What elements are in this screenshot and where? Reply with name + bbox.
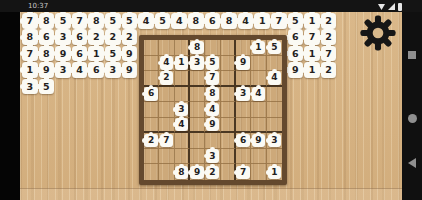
board-tile[interactable]: 3 xyxy=(268,134,281,147)
app-screen: 10:37 7857855454868417512 86362227896159… xyxy=(0,0,422,200)
board-cell-r3-c9[interactable]: 4 xyxy=(267,71,282,87)
board-cell-r2-c7[interactable]: 9 xyxy=(236,56,251,72)
tile-digit: 1 xyxy=(26,65,33,75)
board-tile[interactable]: 4 xyxy=(175,118,188,131)
tile-digit: 2 xyxy=(209,168,215,177)
board-cell-r4-c8[interactable]: 4 xyxy=(251,87,266,103)
board-cell-r3-c6[interactable] xyxy=(221,71,236,87)
tile-digit: 6 xyxy=(43,32,50,42)
tile-digit: 9 xyxy=(194,168,200,177)
board-cell-r8-c5[interactable]: 3 xyxy=(205,149,220,165)
tile-digit: 4 xyxy=(271,73,277,82)
board-cell-r8-c3[interactable] xyxy=(175,149,190,165)
tile-digit: 5 xyxy=(126,16,133,26)
board-cell-r7-c4[interactable] xyxy=(190,133,205,149)
tile-digit: 7 xyxy=(76,16,83,26)
board-cell-r8-c6[interactable] xyxy=(221,149,236,165)
tile-digit: 2 xyxy=(325,32,332,42)
sudoku-board: 815413592746834344927693389271 xyxy=(139,35,287,185)
tile-digit: 9 xyxy=(209,120,215,129)
tile-digit: 5 xyxy=(159,16,166,26)
tile-digit: 3 xyxy=(109,65,116,75)
board-cell-r6-c4[interactable] xyxy=(190,118,205,134)
board-cell-r6-c8[interactable] xyxy=(251,118,266,134)
tray-tile[interactable]: 1 xyxy=(254,13,270,29)
tile-digit: 4 xyxy=(163,58,169,67)
board-cell-r1-c6[interactable] xyxy=(221,40,236,56)
tile-digit: 2 xyxy=(109,32,116,42)
tile-digit: 3 xyxy=(60,65,67,75)
tile-digit: 8 xyxy=(194,43,200,52)
board-cell-r5-c1[interactable] xyxy=(144,102,159,118)
clock: 10:37 xyxy=(28,2,48,10)
tile-digit: 4 xyxy=(242,16,249,26)
board-cell-r9-c1[interactable] xyxy=(144,164,159,180)
board-cell-r4-c5[interactable]: 8 xyxy=(205,87,220,103)
board-tile[interactable]: 8 xyxy=(190,41,203,54)
tile-digit: 5 xyxy=(109,49,116,59)
tile-digit: 9 xyxy=(240,58,246,67)
board-tile[interactable]: 9 xyxy=(236,56,249,69)
status-icons xyxy=(378,3,402,11)
tile-digit: 4 xyxy=(76,65,83,75)
board-tile[interactable]: 1 xyxy=(268,166,281,179)
board-tile[interactable]: 9 xyxy=(190,166,203,179)
board-tile[interactable]: 5 xyxy=(206,56,219,69)
board-cell-r9-c7[interactable]: 7 xyxy=(236,164,251,180)
board-tile[interactable]: 3 xyxy=(175,103,188,116)
board-cell-r8-c2[interactable] xyxy=(159,149,174,165)
board-cell-r3-c4[interactable] xyxy=(190,71,205,87)
board-cell-r6-c5[interactable]: 9 xyxy=(205,118,220,134)
board-tile[interactable]: 8 xyxy=(206,87,219,100)
board-cell-r9-c5[interactable]: 2 xyxy=(205,164,220,180)
board-cell-r8-c9[interactable] xyxy=(267,149,282,165)
home-button[interactable] xyxy=(402,108,422,128)
tile-digit: 5 xyxy=(209,58,215,67)
tile-digit: 7 xyxy=(163,136,169,145)
tray-tile[interactable]: 9 xyxy=(288,62,304,78)
board-tile[interactable]: 4 xyxy=(206,103,219,116)
tile-digit: 7 xyxy=(209,73,215,82)
tile-digit: 2 xyxy=(148,136,154,145)
board-grid: 815413592746834344927693389271 xyxy=(144,40,282,180)
tile-digit: 4 xyxy=(143,16,150,26)
navigation-bar xyxy=(402,0,422,200)
board-cell-r7-c9[interactable]: 3 xyxy=(267,133,282,149)
board-tile[interactable]: 8 xyxy=(175,166,188,179)
board-tile[interactable]: 7 xyxy=(236,166,249,179)
tile-digit: 6 xyxy=(240,136,246,145)
tile-digit: 2 xyxy=(163,73,169,82)
tile-digit: 1 xyxy=(178,58,184,67)
board-cell-r1-c8[interactable]: 1 xyxy=(251,40,266,56)
board-cell-r5-c9[interactable] xyxy=(267,102,282,118)
tray-tile[interactable]: 6 xyxy=(205,13,221,29)
tile-digit: 8 xyxy=(93,16,100,26)
board-cell-r1-c1[interactable] xyxy=(144,40,159,56)
tile-digit: 5 xyxy=(271,43,277,52)
tile-digit: 7 xyxy=(26,49,33,59)
board-cell-r4-c2[interactable] xyxy=(159,87,174,103)
signal-icon xyxy=(388,3,395,10)
tile-digit: 3 xyxy=(178,105,184,114)
tile-digit: 4 xyxy=(176,16,183,26)
board-cell-r2-c4[interactable]: 3 xyxy=(190,56,205,72)
board-tile[interactable]: 4 xyxy=(268,71,281,84)
tile-digit: 4 xyxy=(255,89,261,98)
tray-tile[interactable]: 6 xyxy=(88,62,104,78)
tile-digit: 3 xyxy=(26,82,33,92)
recents-button[interactable] xyxy=(402,45,422,65)
home-circle-icon xyxy=(408,114,417,123)
tray-tile[interactable]: 4 xyxy=(171,13,187,29)
tile-digit: 8 xyxy=(226,16,233,26)
tile-digit: 1 xyxy=(259,16,266,26)
tile-digit: 7 xyxy=(309,32,316,42)
tile-digit: 1 xyxy=(309,16,316,26)
tile-digit: 6 xyxy=(292,32,299,42)
back-triangle-icon xyxy=(408,158,416,168)
tile-digit: 6 xyxy=(209,16,216,26)
board-tile[interactable]: 6 xyxy=(144,87,157,100)
tray-tile[interactable]: 9 xyxy=(122,62,138,78)
settings-button[interactable] xyxy=(358,13,398,53)
tile-digit: 7 xyxy=(240,168,246,177)
board-cell-r8-c8[interactable] xyxy=(251,149,266,165)
board-tile[interactable]: 2 xyxy=(160,71,173,84)
tile-digit: 6 xyxy=(292,49,299,59)
wifi-icon xyxy=(378,3,385,10)
board-cell-r8-c4[interactable] xyxy=(190,149,205,165)
board-tile[interactable]: 1 xyxy=(252,41,265,54)
tile-digit: 8 xyxy=(192,16,199,26)
board-cell-r6-c6[interactable] xyxy=(221,118,236,134)
tile-digit: 1 xyxy=(309,65,316,75)
board-tile[interactable]: 4 xyxy=(252,87,265,100)
tile-digit: 3 xyxy=(60,32,67,42)
board-cell-r4-c1[interactable]: 6 xyxy=(144,87,159,103)
board-cell-r6-c7[interactable] xyxy=(236,118,251,134)
board-tile[interactable]: 2 xyxy=(144,134,157,147)
tile-digit: 2 xyxy=(93,32,100,42)
tile-digit: 8 xyxy=(209,89,215,98)
board-tile[interactable]: 1 xyxy=(175,56,188,69)
battery-icon xyxy=(398,3,402,11)
board-cell-r4-c4[interactable] xyxy=(190,87,205,103)
board-cell-r7-c2[interactable]: 7 xyxy=(159,133,174,149)
board-tile[interactable]: 4 xyxy=(160,56,173,69)
board-tile[interactable]: 2 xyxy=(206,166,219,179)
board-cell-r5-c8[interactable] xyxy=(251,102,266,118)
tile-digit: 1 xyxy=(93,49,100,59)
board-cell-r6-c9[interactable] xyxy=(267,118,282,134)
tile-digit: 2 xyxy=(325,16,332,26)
board-tile[interactable]: 9 xyxy=(206,118,219,131)
tile-digit: 7 xyxy=(26,16,33,26)
board-cell-r7-c3[interactable] xyxy=(175,133,190,149)
tile-digit: 9 xyxy=(126,49,133,59)
tile-digit: 9 xyxy=(255,136,261,145)
board-tile[interactable]: 7 xyxy=(160,134,173,147)
board-cell-r7-c8[interactable]: 9 xyxy=(251,133,266,149)
board-cell-r9-c8[interactable] xyxy=(251,164,266,180)
board-cell-r4-c7[interactable]: 3 xyxy=(236,87,251,103)
board-cell-r3-c3[interactable] xyxy=(175,71,190,87)
tile-digit: 1 xyxy=(255,43,261,52)
tile-digit: 6 xyxy=(76,49,83,59)
tray-tile[interactable]: 5 xyxy=(39,79,55,95)
tile-digit: 9 xyxy=(60,49,67,59)
board-cell-r2-c8[interactable] xyxy=(251,56,266,72)
tile-digit: 9 xyxy=(292,65,299,75)
tile-digit: 8 xyxy=(43,49,50,59)
tile-digit: 6 xyxy=(76,32,83,42)
tile-digit: 7 xyxy=(325,49,332,59)
tile-digit: 3 xyxy=(209,152,215,161)
board-cell-r4-c3[interactable] xyxy=(175,87,190,103)
tile-digit: 1 xyxy=(271,168,277,177)
tile-digit: 3 xyxy=(240,89,246,98)
gear-icon xyxy=(359,14,397,52)
board-tile[interactable]: 3 xyxy=(236,87,249,100)
board-tile[interactable]: 6 xyxy=(236,134,249,147)
board-cell-r5-c7[interactable] xyxy=(236,102,251,118)
tile-digit: 3 xyxy=(194,58,200,67)
board-tile[interactable]: 3 xyxy=(190,56,203,69)
board-cell-r4-c9[interactable] xyxy=(267,87,282,103)
tile-digit: 5 xyxy=(292,16,299,26)
tile-digit: 5 xyxy=(109,16,116,26)
board-tile[interactable]: 7 xyxy=(206,71,219,84)
tile-digit: 3 xyxy=(271,136,277,145)
board-cell-r9-c9[interactable]: 1 xyxy=(267,164,282,180)
recents-square-icon xyxy=(408,51,416,59)
tile-digit: 1 xyxy=(309,49,316,59)
tile-digit: 4 xyxy=(178,120,184,129)
tile-digit: 4 xyxy=(209,105,215,114)
tile-digit: 6 xyxy=(93,65,100,75)
tray-tile[interactable]: 2 xyxy=(321,62,337,78)
tile-digit: 9 xyxy=(126,65,133,75)
board-cell-r8-c1[interactable] xyxy=(144,149,159,165)
board-cell-r2-c1[interactable] xyxy=(144,56,159,72)
back-button[interactable] xyxy=(402,153,422,173)
board-cell-r1-c9[interactable]: 5 xyxy=(267,40,282,56)
status-bar: 10:37 xyxy=(0,0,422,12)
board-tile[interactable]: 9 xyxy=(252,134,265,147)
tile-digit: 5 xyxy=(43,82,50,92)
left-bezel xyxy=(0,12,20,200)
board-tile[interactable]: 3 xyxy=(206,149,219,162)
board-cell-r6-c3[interactable]: 4 xyxy=(175,118,190,134)
board-cell-r6-c1[interactable] xyxy=(144,118,159,134)
board-cell-r5-c6[interactable] xyxy=(221,102,236,118)
tile-digit: 5 xyxy=(60,16,67,26)
tile-digit: 6 xyxy=(148,89,154,98)
wood-seam xyxy=(20,188,402,200)
board-cell-r8-c7[interactable] xyxy=(236,149,251,165)
wood-surface: 7857855454868417512 86362227896159193463… xyxy=(20,12,402,200)
tile-digit: 8 xyxy=(26,32,33,42)
tile-digit: 8 xyxy=(178,168,184,177)
board-cell-r3-c2[interactable]: 2 xyxy=(159,71,174,87)
tile-digit: 8 xyxy=(43,16,50,26)
tile-digit: 2 xyxy=(126,32,133,42)
tile-digit: 9 xyxy=(43,65,50,75)
board-tile[interactable]: 5 xyxy=(268,41,281,54)
tile-digit: 2 xyxy=(325,65,332,75)
tile-digit: 7 xyxy=(275,16,282,26)
